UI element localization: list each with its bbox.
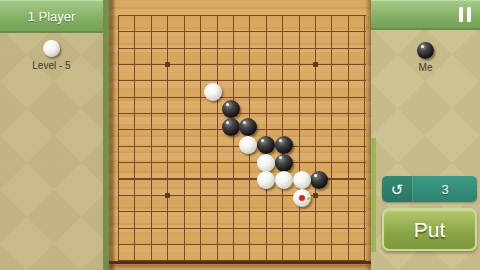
black-stone-icon <box>417 42 434 59</box>
white-board-stone <box>257 171 275 189</box>
put-button[interactable]: Put <box>382 208 477 251</box>
put-button-label: Put <box>414 218 446 242</box>
undo-arrow-icon: ↺ <box>382 176 413 202</box>
right-player-panel: Me ↺ 3 Put <box>371 0 480 270</box>
star-point <box>313 62 318 67</box>
pause-button[interactable] <box>459 7 471 22</box>
black-board-stone <box>222 118 240 136</box>
undo-count: 3 <box>413 182 477 197</box>
star-point <box>313 193 318 198</box>
white-stone-icon <box>43 40 60 57</box>
pause-icon <box>459 7 463 22</box>
star-point <box>165 193 170 198</box>
white-board-stone-last-move <box>293 189 311 207</box>
white-board-stone <box>204 83 222 101</box>
white-board-stone <box>275 171 293 189</box>
star-point <box>165 62 170 67</box>
cpu-player-chip: Level - 5 <box>0 40 103 71</box>
pause-icon <box>467 7 471 22</box>
white-board-stone <box>239 136 257 154</box>
black-board-stone <box>239 118 257 136</box>
left-player-panel: 1 Player Level - 5 <box>0 0 103 270</box>
black-board-stone <box>275 154 293 172</box>
last-move-marker <box>299 195 305 201</box>
me-label: Me <box>419 62 433 73</box>
board-bottom-edge <box>109 261 371 264</box>
black-board-stone <box>310 171 328 189</box>
black-board-stone <box>222 100 240 118</box>
right-header <box>371 0 480 30</box>
undo-button[interactable]: ↺ 3 <box>382 176 477 202</box>
white-board-stone <box>257 154 275 172</box>
me-player-chip: Me <box>371 42 480 73</box>
black-board-stone <box>275 136 293 154</box>
stone-glint <box>307 197 310 200</box>
board-grid[interactable] <box>118 15 366 262</box>
board-panel <box>109 0 371 270</box>
black-board-stone <box>257 136 275 154</box>
cpu-level-label: Level - 5 <box>32 60 70 71</box>
gomoku-app: 1 Player Level - 5 Me ↺ 3 Put <box>0 0 480 270</box>
mode-title: 1 Player <box>28 9 76 24</box>
left-header: 1 Player <box>0 0 103 33</box>
right-panel-edge-strip <box>371 138 376 252</box>
white-board-stone <box>293 171 311 189</box>
